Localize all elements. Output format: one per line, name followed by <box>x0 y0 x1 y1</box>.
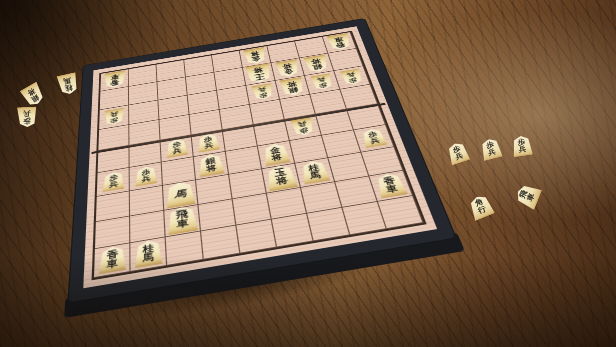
captured-piece-bishop[interactable]: 角 行 <box>467 193 496 222</box>
captured-piece-silver[interactable]: 銀 将 <box>19 81 46 109</box>
captured-piece-pawn[interactable]: 歩 兵 <box>479 137 503 161</box>
board-cell <box>378 196 424 229</box>
captured-piece-rook[interactable]: 飛 車 <box>514 182 543 211</box>
captured-piece-pawn[interactable]: 歩 兵 <box>445 140 470 165</box>
board-cell <box>236 219 277 253</box>
board-grid: 香 車金 将香 車王 将金 将銀 将歩 兵歩 兵銀 将歩 兵歩 兵歩 兵歩 兵歩… <box>92 31 427 281</box>
captured-piece-knight[interactable]: 桂 馬 <box>56 72 80 96</box>
table-surface: 香 車金 将香 車王 将金 将銀 将歩 兵歩 兵銀 将歩 兵歩 兵歩 兵歩 兵歩… <box>0 0 616 347</box>
board-cell <box>166 231 204 265</box>
captured-piece-pawn[interactable]: 歩 兵 <box>17 107 38 128</box>
board-surface: 香 車金 将香 車王 将金 将銀 将歩 兵歩 兵銀 将歩 兵歩 兵歩 兵歩 兵歩… <box>83 26 437 288</box>
captured-piece-pawn[interactable]: 歩 兵 <box>511 135 534 158</box>
shogi-board: 香 車金 将香 車王 将金 将銀 将歩 兵歩 兵銀 将歩 兵歩 兵歩 兵歩 兵歩… <box>69 19 456 303</box>
board-cell <box>201 225 240 259</box>
